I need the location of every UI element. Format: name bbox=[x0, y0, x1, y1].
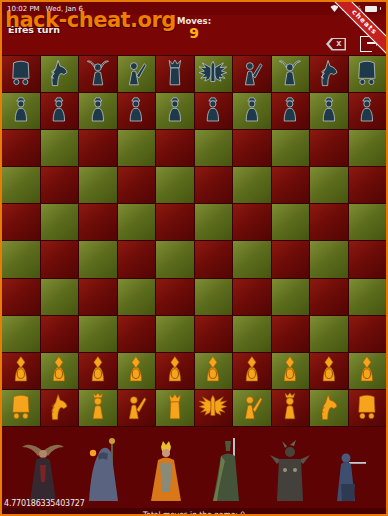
square-j8[interactable] bbox=[349, 130, 387, 166]
square-g10[interactable] bbox=[233, 56, 271, 92]
square-g9[interactable] bbox=[233, 93, 271, 129]
square-f5[interactable] bbox=[195, 241, 233, 277]
pawn-light-piece bbox=[4, 355, 38, 387]
pawn-light-piece bbox=[119, 355, 153, 387]
eagle-dark-piece bbox=[196, 58, 230, 90]
square-h6[interactable] bbox=[272, 204, 310, 240]
square-h2[interactable] bbox=[272, 353, 310, 389]
pawn-dark-piece bbox=[273, 95, 307, 127]
pawn-light-piece bbox=[81, 355, 115, 387]
square-d2[interactable] bbox=[118, 353, 156, 389]
square-g4[interactable] bbox=[233, 279, 271, 315]
horned-demon-hunter-icon bbox=[20, 440, 66, 502]
king-light-piece bbox=[158, 392, 192, 424]
square-f1[interactable] bbox=[195, 390, 233, 426]
chariot-rook-light-piece bbox=[4, 392, 38, 424]
board bbox=[2, 55, 386, 427]
square-i6[interactable] bbox=[310, 204, 348, 240]
sword-assassin-dark-piece bbox=[119, 58, 153, 90]
square-a10[interactable] bbox=[2, 56, 40, 92]
unicorn-knight-dark-piece bbox=[312, 58, 346, 90]
pawn-light-piece bbox=[196, 355, 230, 387]
square-b10[interactable] bbox=[41, 56, 79, 92]
square-c3[interactable] bbox=[79, 316, 117, 352]
square-g1[interactable] bbox=[233, 390, 271, 426]
square-f9[interactable] bbox=[195, 93, 233, 129]
square-g6[interactable] bbox=[233, 204, 271, 240]
pawn-dark-piece bbox=[350, 95, 384, 127]
pawn-dark-piece bbox=[81, 95, 115, 127]
square-i9[interactable] bbox=[310, 93, 348, 129]
square-b9[interactable] bbox=[41, 93, 79, 129]
square-g5[interactable] bbox=[233, 241, 271, 277]
mage-bishop-dark-piece bbox=[273, 58, 307, 90]
square-i5[interactable] bbox=[310, 241, 348, 277]
square-b3[interactable] bbox=[41, 316, 79, 352]
square-j6[interactable] bbox=[349, 204, 387, 240]
unicorn-knight-dark-piece bbox=[42, 58, 76, 90]
mage-bishop-light-piece bbox=[81, 392, 115, 424]
sword-assassin-light-piece bbox=[235, 392, 269, 424]
square-e9[interactable] bbox=[156, 93, 194, 129]
square-a8[interactable] bbox=[2, 130, 40, 166]
chariot-rook-dark-piece bbox=[4, 58, 38, 90]
square-c1[interactable] bbox=[79, 390, 117, 426]
king-dark-piece bbox=[158, 58, 192, 90]
square-d8[interactable] bbox=[118, 130, 156, 166]
square-g8[interactable] bbox=[233, 130, 271, 166]
square-f6[interactable] bbox=[195, 204, 233, 240]
unicorn-knight-light-piece bbox=[42, 392, 76, 424]
status-bar: 10:02 PMWed, Jan 6 100% bbox=[2, 2, 386, 15]
square-a3[interactable] bbox=[2, 316, 40, 352]
square-a6[interactable] bbox=[2, 204, 40, 240]
square-c9[interactable] bbox=[79, 93, 117, 129]
status-time: 10:02 PM bbox=[7, 5, 40, 13]
square-a1[interactable] bbox=[2, 390, 40, 426]
status-date: Wed, Jan 6 bbox=[46, 5, 83, 13]
battery-percent: 100% bbox=[341, 5, 361, 13]
square-e2[interactable] bbox=[156, 353, 194, 389]
footer-bar: Total moves in the game: 0 bbox=[2, 508, 386, 516]
eagle-light-piece bbox=[196, 392, 230, 424]
wifi-icon bbox=[330, 5, 338, 12]
pawn-light-piece bbox=[312, 355, 346, 387]
square-i4[interactable] bbox=[310, 279, 348, 315]
square-e8[interactable] bbox=[156, 130, 194, 166]
square-h5[interactable] bbox=[272, 241, 310, 277]
square-g7[interactable] bbox=[233, 167, 271, 203]
square-b2[interactable] bbox=[41, 353, 79, 389]
square-f10[interactable] bbox=[195, 56, 233, 92]
pawn-light-piece bbox=[158, 355, 192, 387]
square-d10[interactable] bbox=[118, 56, 156, 92]
square-e6[interactable] bbox=[156, 204, 194, 240]
undo-backspace-button[interactable]: x bbox=[326, 38, 346, 51]
square-e10[interactable] bbox=[156, 56, 194, 92]
square-c6[interactable] bbox=[79, 204, 117, 240]
square-i10[interactable] bbox=[310, 56, 348, 92]
square-h8[interactable] bbox=[272, 130, 310, 166]
pawn-light-piece bbox=[350, 355, 384, 387]
square-d6[interactable] bbox=[118, 204, 156, 240]
square-h3[interactable] bbox=[272, 316, 310, 352]
pawn-dark-piece bbox=[196, 95, 230, 127]
square-f4[interactable] bbox=[195, 279, 233, 315]
pawn-dark-piece bbox=[42, 95, 76, 127]
square-h1[interactable] bbox=[272, 390, 310, 426]
square-i2[interactable] bbox=[310, 353, 348, 389]
square-i1[interactable] bbox=[310, 390, 348, 426]
square-j1[interactable] bbox=[349, 390, 387, 426]
square-b8[interactable] bbox=[41, 130, 79, 166]
square-d4[interactable] bbox=[118, 279, 156, 315]
square-f2[interactable] bbox=[195, 353, 233, 389]
square-f8[interactable] bbox=[195, 130, 233, 166]
square-j3[interactable] bbox=[349, 316, 387, 352]
sword-assassin-light-piece bbox=[119, 392, 153, 424]
square-h7[interactable] bbox=[272, 167, 310, 203]
unicorn-knight-light-piece bbox=[312, 392, 346, 424]
sword-assassin-dark-piece bbox=[235, 58, 269, 90]
pawn-light-piece bbox=[273, 355, 307, 387]
debug-decimal-number: 4.770186335403727 bbox=[4, 499, 85, 508]
wizard-with-flame-icon bbox=[81, 436, 127, 502]
exit-game-button[interactable] bbox=[360, 36, 372, 52]
square-j2[interactable] bbox=[349, 353, 387, 389]
square-b6[interactable] bbox=[41, 204, 79, 240]
square-j9[interactable] bbox=[349, 93, 387, 129]
square-c8[interactable] bbox=[79, 130, 117, 166]
square-a5[interactable] bbox=[2, 241, 40, 277]
square-b4[interactable] bbox=[41, 279, 79, 315]
square-f3[interactable] bbox=[195, 316, 233, 352]
square-c7[interactable] bbox=[79, 167, 117, 203]
square-h9[interactable] bbox=[272, 93, 310, 129]
battery-icon bbox=[365, 6, 377, 12]
status-time-date: 10:02 PMWed, Jan 6 bbox=[7, 5, 89, 13]
pawn-light-piece bbox=[235, 355, 269, 387]
pawn-dark-piece bbox=[158, 95, 192, 127]
square-e1[interactable] bbox=[156, 390, 194, 426]
square-c5[interactable] bbox=[79, 241, 117, 277]
square-c2[interactable] bbox=[79, 353, 117, 389]
square-b7[interactable] bbox=[41, 167, 79, 203]
exit-icon-arrowhead bbox=[376, 40, 380, 46]
square-i8[interactable] bbox=[310, 130, 348, 166]
pawn-dark-piece bbox=[312, 95, 346, 127]
square-e5[interactable] bbox=[156, 241, 194, 277]
square-a9[interactable] bbox=[2, 93, 40, 129]
chariot-rook-light-piece bbox=[350, 392, 384, 424]
square-b5[interactable] bbox=[41, 241, 79, 277]
square-d9[interactable] bbox=[118, 93, 156, 129]
pawn-dark-piece bbox=[119, 95, 153, 127]
square-g2[interactable] bbox=[233, 353, 271, 389]
square-f7[interactable] bbox=[195, 167, 233, 203]
square-d1[interactable] bbox=[118, 390, 156, 426]
total-moves-text: Total moves in the game: 0 bbox=[143, 510, 245, 516]
chariot-rook-dark-piece bbox=[350, 58, 384, 90]
square-j5[interactable] bbox=[349, 241, 387, 277]
square-c4[interactable] bbox=[79, 279, 117, 315]
pawn-dark-piece bbox=[4, 95, 38, 127]
square-i3[interactable] bbox=[310, 316, 348, 352]
square-a7[interactable] bbox=[2, 167, 40, 203]
square-i7[interactable] bbox=[310, 167, 348, 203]
pawn-dark-piece bbox=[235, 95, 269, 127]
square-c10[interactable] bbox=[79, 56, 117, 92]
mage-bishop-light-piece bbox=[273, 392, 307, 424]
armored-berserker-icon bbox=[267, 440, 313, 502]
square-d7[interactable] bbox=[118, 167, 156, 203]
elf-swordsman-icon bbox=[205, 438, 251, 502]
square-j4[interactable] bbox=[349, 279, 387, 315]
square-h10[interactable] bbox=[272, 56, 310, 92]
square-h4[interactable] bbox=[272, 279, 310, 315]
backspace-x: x bbox=[336, 39, 341, 49]
square-e4[interactable] bbox=[156, 279, 194, 315]
app-screen: { "game": "Fantasy chess variant (Elves … bbox=[0, 0, 388, 516]
square-g3[interactable] bbox=[233, 316, 271, 352]
square-d3[interactable] bbox=[118, 316, 156, 352]
king-in-orange-cape-icon bbox=[143, 440, 189, 502]
square-e7[interactable] bbox=[156, 167, 194, 203]
characters-strip: 4.770186335403727 bbox=[2, 427, 386, 508]
top-bar: Elfes turn Moves: 9 x bbox=[2, 15, 386, 55]
square-a4[interactable] bbox=[2, 279, 40, 315]
mage-bishop-dark-piece bbox=[81, 58, 115, 90]
square-e3[interactable] bbox=[156, 316, 194, 352]
pawn-light-piece bbox=[42, 355, 76, 387]
square-b1[interactable] bbox=[41, 390, 79, 426]
square-a2[interactable] bbox=[2, 353, 40, 389]
square-j7[interactable] bbox=[349, 167, 387, 203]
square-d5[interactable] bbox=[118, 241, 156, 277]
blue-soldier-icon bbox=[328, 450, 368, 502]
battery-nub bbox=[380, 7, 382, 10]
square-j10[interactable] bbox=[349, 56, 387, 92]
